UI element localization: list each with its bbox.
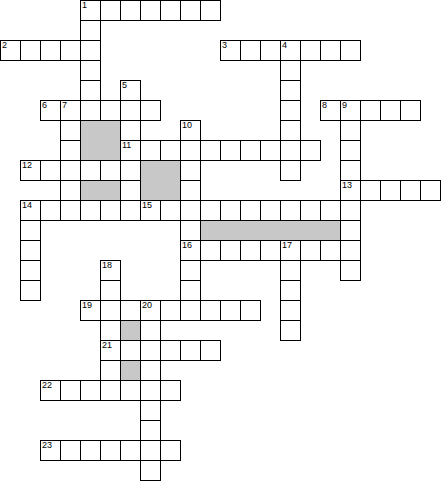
crossword-cell[interactable] [40, 100, 61, 121]
crossword-cell[interactable] [200, 140, 221, 161]
crossword-cell[interactable] [140, 400, 161, 421]
crossword-cell[interactable] [100, 160, 121, 181]
crossword-cell[interactable] [280, 260, 301, 281]
crossword-cell[interactable] [340, 140, 361, 161]
crossword-cell[interactable] [300, 200, 321, 221]
crossword-cell[interactable] [80, 100, 101, 121]
crossword-cell[interactable] [340, 220, 361, 241]
crossword-cell[interactable] [100, 200, 121, 221]
crossword-cell[interactable] [40, 160, 61, 181]
crossword-cell[interactable] [40, 40, 61, 61]
crossword-cell[interactable] [280, 320, 301, 341]
crossword-cell[interactable] [340, 40, 361, 61]
crossword-cell[interactable] [240, 240, 261, 261]
crossword-cell[interactable] [280, 140, 301, 161]
crossword-cell[interactable] [200, 340, 221, 361]
crossword-cell[interactable] [100, 340, 121, 361]
crossword-cell[interactable] [180, 280, 201, 301]
crossword-cell[interactable] [260, 40, 281, 61]
crossword-cell[interactable] [80, 160, 101, 181]
crossword-cell[interactable] [80, 80, 101, 101]
crossword-cell[interactable] [180, 220, 201, 241]
crossword-cell[interactable] [360, 180, 381, 201]
crossword-cell[interactable] [40, 380, 61, 401]
crossword-cell[interactable] [100, 360, 121, 381]
crossword-cell[interactable] [100, 100, 121, 121]
crossword-cell[interactable] [220, 40, 241, 61]
crossword-cell[interactable] [120, 160, 141, 181]
crossword-cell[interactable] [160, 200, 181, 221]
crossword-cell[interactable] [140, 360, 161, 381]
crossword-cell[interactable] [80, 0, 101, 21]
crossword-cell[interactable] [160, 300, 181, 321]
crossword-cell[interactable] [380, 180, 401, 201]
crossword-cell[interactable] [400, 180, 421, 201]
crossword-cell[interactable] [60, 380, 81, 401]
crossword-cell[interactable] [340, 260, 361, 281]
crossword-cell[interactable] [60, 440, 81, 461]
crossword-cell[interactable] [140, 340, 161, 361]
crossword-cell[interactable] [260, 240, 281, 261]
crossword-cell[interactable] [0, 40, 21, 61]
crossword-cell[interactable] [80, 60, 101, 81]
crossword-cell[interactable] [120, 80, 141, 101]
crossword-cell[interactable] [140, 300, 161, 321]
crossword-cell[interactable] [180, 120, 201, 141]
crossword-cell[interactable] [400, 100, 421, 121]
crossword-cell[interactable] [220, 300, 241, 321]
crossword-cell[interactable] [240, 300, 261, 321]
crossword-cell[interactable] [240, 140, 261, 161]
crossword-cell[interactable] [180, 300, 201, 321]
crossword-cell[interactable] [120, 100, 141, 121]
crossword-cell[interactable] [80, 380, 101, 401]
crossword-cell[interactable] [340, 100, 361, 121]
crossword-cell[interactable] [100, 280, 121, 301]
crossword-cell[interactable] [200, 240, 221, 261]
crossword-cell[interactable] [200, 300, 221, 321]
crossword-cell[interactable] [320, 40, 341, 61]
crossword-cell[interactable] [280, 160, 301, 181]
crossword-cell[interactable] [180, 260, 201, 281]
crossword-cell[interactable] [180, 140, 201, 161]
crossword-cell[interactable] [120, 0, 141, 21]
crossword-cell[interactable] [60, 180, 81, 201]
crossword-cell[interactable] [160, 140, 181, 161]
crossword-cell[interactable] [100, 300, 121, 321]
crossword-cell[interactable] [180, 0, 201, 21]
crossword-cell[interactable] [280, 40, 301, 61]
crossword-cell[interactable] [80, 40, 101, 61]
crossword-cell[interactable] [40, 440, 61, 461]
crossword-cell[interactable] [160, 0, 181, 21]
crossword-cell[interactable] [240, 200, 261, 221]
crossword-cell[interactable] [120, 140, 141, 161]
crossword-cell[interactable] [300, 240, 321, 261]
crossword-board: 1234567891011121314151617181920212223 [0, 0, 441, 481]
crossword-cell[interactable] [200, 0, 221, 21]
crossword-cell[interactable] [120, 380, 141, 401]
crossword-cell[interactable] [80, 440, 101, 461]
crossword-cell[interactable] [20, 280, 41, 301]
crossword-cell[interactable] [340, 200, 361, 221]
filler-block [80, 120, 121, 161]
crossword-cell[interactable] [20, 220, 41, 241]
crossword-cell[interactable] [140, 460, 161, 481]
crossword-cell[interactable] [260, 200, 281, 221]
crossword-cell[interactable] [280, 60, 301, 81]
crossword-cell[interactable] [180, 340, 201, 361]
crossword-cell[interactable] [100, 380, 121, 401]
crossword-cell[interactable] [380, 100, 401, 121]
filler-block [120, 360, 141, 381]
crossword-cell[interactable] [260, 140, 281, 161]
crossword-cell[interactable] [140, 320, 161, 341]
crossword-cell[interactable] [280, 120, 301, 141]
crossword-cell[interactable] [340, 120, 361, 141]
crossword-cell[interactable] [100, 0, 121, 21]
crossword-cell[interactable] [140, 200, 161, 221]
crossword-cell[interactable] [20, 40, 41, 61]
crossword-cell[interactable] [200, 200, 221, 221]
crossword-cell[interactable] [80, 300, 101, 321]
filler-block [140, 160, 181, 201]
crossword-cell[interactable] [300, 40, 321, 61]
crossword-cell[interactable] [140, 100, 161, 121]
crossword-cell[interactable] [100, 260, 121, 281]
crossword-cell[interactable] [340, 160, 361, 181]
crossword-cell[interactable] [220, 200, 241, 221]
crossword-cell[interactable] [300, 140, 321, 161]
crossword-cell[interactable] [160, 380, 181, 401]
crossword-cell[interactable] [420, 180, 441, 201]
crossword-cell[interactable] [20, 260, 41, 281]
crossword-cell[interactable] [280, 100, 301, 121]
crossword-cell[interactable] [40, 200, 61, 221]
crossword-cell[interactable] [120, 300, 141, 321]
filler-block [200, 220, 341, 241]
crossword-cell[interactable] [20, 160, 41, 181]
filler-block [80, 180, 121, 201]
crossword-cell[interactable] [140, 440, 161, 461]
crossword-cell[interactable] [220, 140, 241, 161]
crossword-cell[interactable] [360, 100, 381, 121]
crossword-cell[interactable] [320, 200, 341, 221]
crossword-cell[interactable] [340, 180, 361, 201]
crossword-cell[interactable] [140, 140, 161, 161]
crossword-cell[interactable] [240, 40, 261, 61]
crossword-cell[interactable] [280, 200, 301, 221]
crossword-cell[interactable] [80, 20, 101, 41]
crossword-cell[interactable] [60, 40, 81, 61]
crossword-cell[interactable] [60, 100, 81, 121]
crossword-cell[interactable] [140, 420, 161, 441]
crossword-cell[interactable] [20, 200, 41, 221]
crossword-cell[interactable] [120, 340, 141, 361]
crossword-cell[interactable] [180, 160, 201, 181]
crossword-cell[interactable] [120, 120, 141, 141]
crossword-cell[interactable] [60, 120, 81, 141]
crossword-cell[interactable] [120, 200, 141, 221]
crossword-cell[interactable] [60, 160, 81, 181]
crossword-cell[interactable] [280, 300, 301, 321]
crossword-cell[interactable] [320, 100, 341, 121]
crossword-cell[interactable] [60, 200, 81, 221]
crossword-cell[interactable] [180, 180, 201, 201]
crossword-cell[interactable] [280, 280, 301, 301]
crossword-cell[interactable] [140, 0, 161, 21]
crossword-cell[interactable] [180, 240, 201, 261]
crossword-cell[interactable] [220, 240, 241, 261]
filler-block [120, 320, 141, 341]
crossword-cell[interactable] [320, 240, 341, 261]
crossword-cell[interactable] [280, 240, 301, 261]
crossword-cell[interactable] [60, 140, 81, 161]
crossword-cell[interactable] [120, 180, 141, 201]
crossword-cell[interactable] [340, 240, 361, 261]
crossword-cell[interactable] [120, 440, 141, 461]
crossword-cell[interactable] [20, 240, 41, 261]
crossword-cell[interactable] [80, 200, 101, 221]
crossword-cell[interactable] [180, 200, 201, 221]
crossword-cell[interactable] [280, 80, 301, 101]
crossword-cell[interactable] [160, 440, 181, 461]
crossword-cell[interactable] [100, 440, 121, 461]
crossword-cell[interactable] [160, 340, 181, 361]
crossword-cell[interactable] [100, 320, 121, 341]
crossword-cell[interactable] [140, 380, 161, 401]
